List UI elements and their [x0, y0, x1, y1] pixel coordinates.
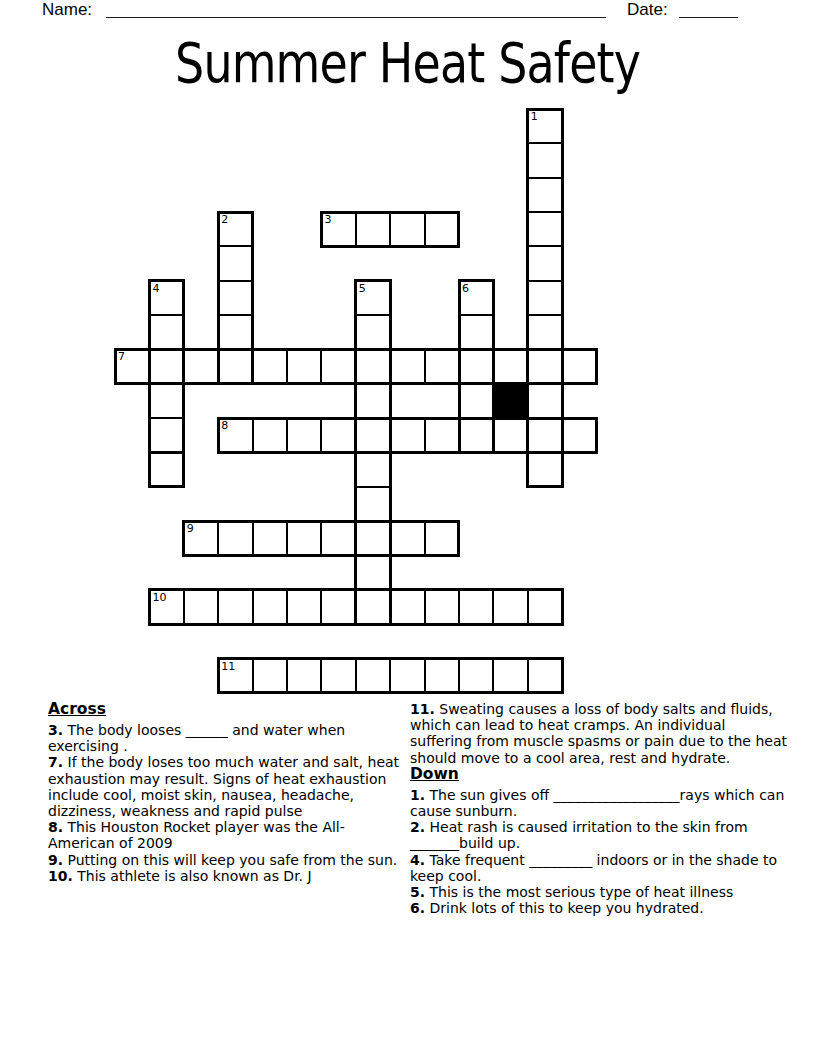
grid-cell[interactable]	[527, 177, 563, 213]
grid-cell[interactable]	[458, 314, 494, 350]
clue-num-label: 10.	[48, 868, 73, 884]
grid-cell[interactable]	[527, 452, 563, 488]
clue-num-label: 11.	[410, 701, 435, 717]
grid-cell[interactable]	[217, 314, 253, 350]
page-title: Summer Heat Safety	[0, 33, 816, 93]
grid-cell[interactable]	[424, 589, 460, 625]
grid-cell[interactable]	[320, 417, 356, 453]
grid-cell[interactable]	[148, 383, 184, 419]
name-input-line[interactable]	[106, 1, 606, 18]
grid-cell[interactable]	[389, 417, 425, 453]
grid-cell[interactable]	[355, 383, 391, 419]
grid-cell[interactable]	[458, 589, 494, 625]
grid-cell[interactable]	[148, 314, 184, 350]
grid-cell[interactable]	[286, 658, 322, 694]
grid-cell[interactable]	[424, 658, 460, 694]
grid-cell[interactable]	[424, 520, 460, 556]
grid-cell[interactable]	[492, 658, 528, 694]
worksheet-page: Name: Date: Summer Heat Safety 123456789…	[0, 0, 816, 1056]
grid-cell[interactable]	[148, 417, 184, 453]
clue-num-label: 9.	[48, 852, 63, 868]
clue-num-label: 8.	[48, 819, 63, 835]
grid-cell[interactable]	[527, 658, 563, 694]
grid-cell[interactable]	[217, 520, 253, 556]
clue-number-6: 6	[462, 283, 469, 294]
grid-cell[interactable]	[217, 589, 253, 625]
clue-number-4: 4	[152, 283, 159, 294]
down-header: Down	[410, 766, 788, 783]
clue-number-11: 11	[221, 661, 235, 672]
clue-across-8: 8. This Houston Rocket player was the Al…	[48, 819, 404, 851]
crossword-grid: 1234567891011	[115, 109, 597, 694]
name-label: Name:	[42, 1, 92, 18]
grid-cell[interactable]	[492, 417, 528, 453]
grid-cell[interactable]	[527, 245, 563, 281]
grid-cell[interactable]	[389, 589, 425, 625]
grid-cell[interactable]	[458, 658, 494, 694]
grid-cell[interactable]	[527, 589, 563, 625]
clue-num-label: 6.	[410, 900, 425, 916]
grid-cell[interactable]	[527, 314, 563, 350]
grid-cell[interactable]	[458, 383, 494, 419]
grid-cell[interactable]	[252, 589, 288, 625]
clue-num-label: 7.	[48, 754, 63, 770]
grid-cell[interactable]	[389, 211, 425, 247]
grid-cell[interactable]	[252, 520, 288, 556]
grid-cell[interactable]	[148, 348, 184, 384]
black-cell	[492, 383, 528, 419]
clue-across-7: 7. If the body loses too much water and …	[48, 754, 404, 819]
grid-cell[interactable]	[527, 211, 563, 247]
date-input-line[interactable]	[679, 1, 738, 18]
clue-number-3: 3	[324, 214, 331, 225]
grid-cell[interactable]	[355, 555, 391, 591]
grid-cell[interactable]	[286, 589, 322, 625]
grid-cell[interactable]	[355, 658, 391, 694]
grid-cell[interactable]	[183, 348, 219, 384]
grid-cell[interactable]	[561, 417, 597, 453]
grid-cell[interactable]	[458, 417, 494, 453]
clue-down-5: 5. This is the most serious type of heat…	[410, 884, 788, 900]
grid-cell[interactable]	[217, 280, 253, 316]
grid-cell[interactable]	[286, 348, 322, 384]
grid-cell[interactable]	[389, 348, 425, 384]
grid-cell[interactable]	[217, 245, 253, 281]
grid-cell[interactable]	[492, 589, 528, 625]
grid-cell[interactable]	[355, 348, 391, 384]
clue-down-2: 2. Heat rash is caused irritation to the…	[410, 819, 788, 851]
clue-number-10: 10	[152, 592, 166, 603]
grid-cell[interactable]	[355, 417, 391, 453]
clue-number-8: 8	[221, 420, 228, 431]
grid-cell[interactable]	[389, 658, 425, 694]
grid-cell[interactable]	[424, 348, 460, 384]
grid-cell[interactable]	[183, 589, 219, 625]
clue-across-3: 3. The body looses ______ and water when…	[48, 722, 404, 754]
grid-cell[interactable]	[527, 142, 563, 178]
grid-cell[interactable]	[355, 486, 391, 522]
grid-cell[interactable]	[320, 348, 356, 384]
grid-cell[interactable]	[424, 417, 460, 453]
grid-cell[interactable]	[492, 348, 528, 384]
clue-down-6: 6. Drink lots of this to keep you hydrat…	[410, 900, 788, 916]
across-header: Across	[48, 701, 404, 718]
clue-across-9: 9. Putting on this will keep you safe fr…	[48, 852, 404, 868]
clue-down-1: 1. The sun gives off __________________r…	[410, 787, 788, 819]
grid-cell[interactable]	[561, 348, 597, 384]
grid-cell[interactable]	[252, 348, 288, 384]
clues-column-left: Across3. The body looses ______ and wate…	[48, 701, 404, 884]
grid-cell[interactable]	[527, 383, 563, 419]
grid-cell[interactable]	[355, 452, 391, 488]
grid-cell[interactable]	[148, 452, 184, 488]
grid-cell[interactable]	[286, 417, 322, 453]
grid-cell[interactable]	[424, 211, 460, 247]
clue-number-9: 9	[187, 523, 194, 534]
grid-cell[interactable]	[527, 348, 563, 384]
grid-cell[interactable]	[389, 520, 425, 556]
grid-cell[interactable]	[355, 211, 391, 247]
grid-cell[interactable]	[320, 589, 356, 625]
grid-cell[interactable]	[320, 520, 356, 556]
clue-num-label: 5.	[410, 884, 425, 900]
clue-number-5: 5	[359, 283, 366, 294]
clues-column-right: 11. Sweating causes a loss of body salts…	[410, 701, 788, 916]
clue-num-label: 2.	[410, 819, 425, 835]
grid-cell[interactable]	[355, 314, 391, 350]
grid-cell[interactable]	[355, 589, 391, 625]
grid-cell[interactable]	[252, 417, 288, 453]
clue-num-label: 4.	[410, 852, 425, 868]
clue-number-7: 7	[118, 351, 125, 362]
grid-cell[interactable]	[527, 280, 563, 316]
clue-across-10: 10. This athlete is also known as Dr. J	[48, 868, 404, 884]
grid-cell[interactable]	[286, 520, 322, 556]
clue-down-4: 4. Take frequent _________ indoors or in…	[410, 852, 788, 884]
grid-cell[interactable]	[217, 348, 253, 384]
date-label: Date:	[627, 1, 668, 18]
grid-cell[interactable]	[252, 658, 288, 694]
clue-num-label: 1.	[410, 787, 425, 803]
clue-num-label: 3.	[48, 722, 63, 738]
grid-cell[interactable]	[320, 658, 356, 694]
grid-cell[interactable]	[527, 417, 563, 453]
clue-number-1: 1	[531, 111, 538, 122]
grid-cell[interactable]	[458, 348, 494, 384]
clue-across-11: 11. Sweating causes a loss of body salts…	[410, 701, 788, 766]
grid-cell[interactable]	[355, 520, 391, 556]
clue-number-2: 2	[221, 214, 228, 225]
